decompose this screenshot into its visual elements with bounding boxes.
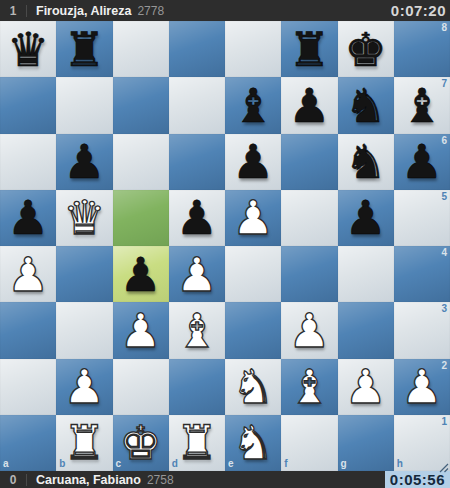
piece-white-pawn[interactable]: ♟ <box>113 302 169 358</box>
square-g3[interactable] <box>338 302 394 358</box>
square-e4[interactable] <box>225 246 281 302</box>
bottom-player-score: 0 <box>0 473 26 487</box>
piece-black-pawn[interactable]: ♟ <box>56 134 112 190</box>
square-a2[interactable] <box>0 359 56 415</box>
piece-black-knight[interactable]: ♞ <box>338 134 394 190</box>
square-f2[interactable]: ♝ <box>281 359 337 415</box>
square-d7[interactable] <box>169 77 225 133</box>
square-b3[interactable] <box>56 302 112 358</box>
square-c2[interactable] <box>113 359 169 415</box>
square-d4[interactable]: ♟ <box>169 246 225 302</box>
file-label-g: g <box>341 459 347 469</box>
square-h4[interactable]: 4 <box>394 246 450 302</box>
square-e3[interactable] <box>225 302 281 358</box>
square-e8[interactable] <box>225 21 281 77</box>
square-f3[interactable]: ♟ <box>281 302 337 358</box>
piece-white-queen[interactable]: ♛ <box>56 190 112 246</box>
square-e6[interactable]: ♟ <box>225 134 281 190</box>
piece-black-knight[interactable]: ♞ <box>338 77 394 133</box>
piece-white-king[interactable]: ♚ <box>113 415 169 471</box>
square-c4[interactable]: ♟ <box>113 246 169 302</box>
top-player-score: 1 <box>0 4 26 18</box>
square-a8[interactable]: ♛ <box>0 21 56 77</box>
bottom-player-clock: 0:05:56 <box>385 471 450 488</box>
square-e1[interactable]: e♞ <box>225 415 281 471</box>
piece-white-knight[interactable]: ♞ <box>225 415 281 471</box>
score-divider <box>26 474 27 486</box>
square-g4[interactable] <box>338 246 394 302</box>
square-b1[interactable]: b♜ <box>56 415 112 471</box>
square-h6[interactable]: 6♟ <box>394 134 450 190</box>
piece-black-bishop[interactable]: ♝ <box>225 77 281 133</box>
player-bar-bottom: 0 Caruana, Fabiano 2758 0:05:56 <box>0 471 450 488</box>
square-a3[interactable] <box>0 302 56 358</box>
square-d5[interactable]: ♟ <box>169 190 225 246</box>
rank-label-1: 1 <box>441 417 447 427</box>
piece-white-pawn[interactable]: ♟ <box>394 359 450 415</box>
file-label-a: a <box>3 459 9 469</box>
player-bar-top: 1 Firouzja, Alireza 2778 0:07:20 <box>0 0 450 21</box>
square-f8[interactable]: ♜ <box>281 21 337 77</box>
square-c7[interactable] <box>113 77 169 133</box>
square-d6[interactable] <box>169 134 225 190</box>
piece-black-pawn[interactable]: ♟ <box>0 190 56 246</box>
rank-label-4: 4 <box>441 248 447 258</box>
square-c6[interactable] <box>113 134 169 190</box>
square-h3[interactable]: 3 <box>394 302 450 358</box>
bottom-player-name[interactable]: Caruana, Fabiano <box>36 473 141 487</box>
square-g7[interactable]: ♞ <box>338 77 394 133</box>
square-g2[interactable]: ♟ <box>338 359 394 415</box>
square-b4[interactable] <box>56 246 112 302</box>
top-player-clock: 0:07:20 <box>387 2 450 19</box>
square-d3[interactable]: ♝ <box>169 302 225 358</box>
piece-white-pawn[interactable]: ♟ <box>0 246 56 302</box>
piece-black-pawn[interactable]: ♟ <box>113 246 169 302</box>
square-f4[interactable] <box>281 246 337 302</box>
piece-black-pawn[interactable]: ♟ <box>394 134 450 190</box>
chess-game-window: 1 Firouzja, Alireza 2778 0:07:20 ♛♜♜♚8♝♟… <box>0 0 450 488</box>
square-b5[interactable]: ♛ <box>56 190 112 246</box>
square-h5[interactable]: 5 <box>394 190 450 246</box>
piece-black-bishop[interactable]: ♝ <box>394 77 450 133</box>
square-c5[interactable] <box>113 190 169 246</box>
rank-label-3: 3 <box>441 304 447 314</box>
square-d1[interactable]: d♜ <box>169 415 225 471</box>
piece-white-pawn[interactable]: ♟ <box>56 359 112 415</box>
bottom-player-rating: 2758 <box>147 473 174 487</box>
square-c3[interactable]: ♟ <box>113 302 169 358</box>
square-h7[interactable]: 7♝ <box>394 77 450 133</box>
square-b7[interactable] <box>56 77 112 133</box>
piece-white-knight[interactable]: ♞ <box>225 359 281 415</box>
piece-white-pawn[interactable]: ♟ <box>338 359 394 415</box>
top-player-rating: 2778 <box>137 4 164 18</box>
score-divider <box>26 5 27 17</box>
piece-black-king[interactable]: ♚ <box>338 21 394 77</box>
square-e2[interactable]: ♞ <box>225 359 281 415</box>
square-c8[interactable] <box>113 21 169 77</box>
square-h8[interactable]: 8 <box>394 21 450 77</box>
square-c1[interactable]: c♚ <box>113 415 169 471</box>
piece-black-rook[interactable]: ♜ <box>281 21 337 77</box>
file-label-h: h <box>397 459 403 469</box>
piece-black-pawn[interactable]: ♟ <box>338 190 394 246</box>
rank-label-8: 8 <box>441 23 447 33</box>
square-d2[interactable] <box>169 359 225 415</box>
rank-label-5: 5 <box>441 192 447 202</box>
square-f5[interactable] <box>281 190 337 246</box>
square-h2[interactable]: 2♟ <box>394 359 450 415</box>
square-d8[interactable] <box>169 21 225 77</box>
square-e7[interactable]: ♝ <box>225 77 281 133</box>
piece-white-bishop[interactable]: ♝ <box>169 302 225 358</box>
piece-black-pawn[interactable]: ♟ <box>281 77 337 133</box>
piece-white-rook[interactable]: ♜ <box>169 415 225 471</box>
square-f1[interactable]: f <box>281 415 337 471</box>
square-f6[interactable] <box>281 134 337 190</box>
square-e5[interactable]: ♟ <box>225 190 281 246</box>
square-g6[interactable]: ♞ <box>338 134 394 190</box>
piece-white-rook[interactable]: ♜ <box>56 415 112 471</box>
piece-black-pawn[interactable]: ♟ <box>169 190 225 246</box>
piece-white-pawn[interactable]: ♟ <box>281 302 337 358</box>
board-resize-handle-icon[interactable] <box>438 459 449 470</box>
top-player-name[interactable]: Firouzja, Alireza <box>36 4 131 18</box>
square-g5[interactable]: ♟ <box>338 190 394 246</box>
square-a7[interactable] <box>0 77 56 133</box>
file-label-f: f <box>284 459 287 469</box>
square-g8[interactable]: ♚ <box>338 21 394 77</box>
square-g1[interactable]: g <box>338 415 394 471</box>
square-b2[interactable]: ♟ <box>56 359 112 415</box>
square-b8[interactable]: ♜ <box>56 21 112 77</box>
square-a1[interactable]: a <box>0 415 56 471</box>
square-a5[interactable]: ♟ <box>0 190 56 246</box>
piece-black-pawn[interactable]: ♟ <box>225 134 281 190</box>
chess-board: ♛♜♜♚8♝♟♞7♝♟♟♞6♟♟♛♟♟♟5♟♟♟4♟♝♟3♟♞♝♟2♟ab♜c♚… <box>0 21 450 471</box>
square-a6[interactable] <box>0 134 56 190</box>
square-a4[interactable]: ♟ <box>0 246 56 302</box>
piece-black-rook[interactable]: ♜ <box>56 21 112 77</box>
piece-white-pawn[interactable]: ♟ <box>225 190 281 246</box>
piece-white-bishop[interactable]: ♝ <box>281 359 337 415</box>
square-b6[interactable]: ♟ <box>56 134 112 190</box>
square-f7[interactable]: ♟ <box>281 77 337 133</box>
piece-black-queen[interactable]: ♛ <box>0 21 56 77</box>
piece-white-pawn[interactable]: ♟ <box>169 246 225 302</box>
